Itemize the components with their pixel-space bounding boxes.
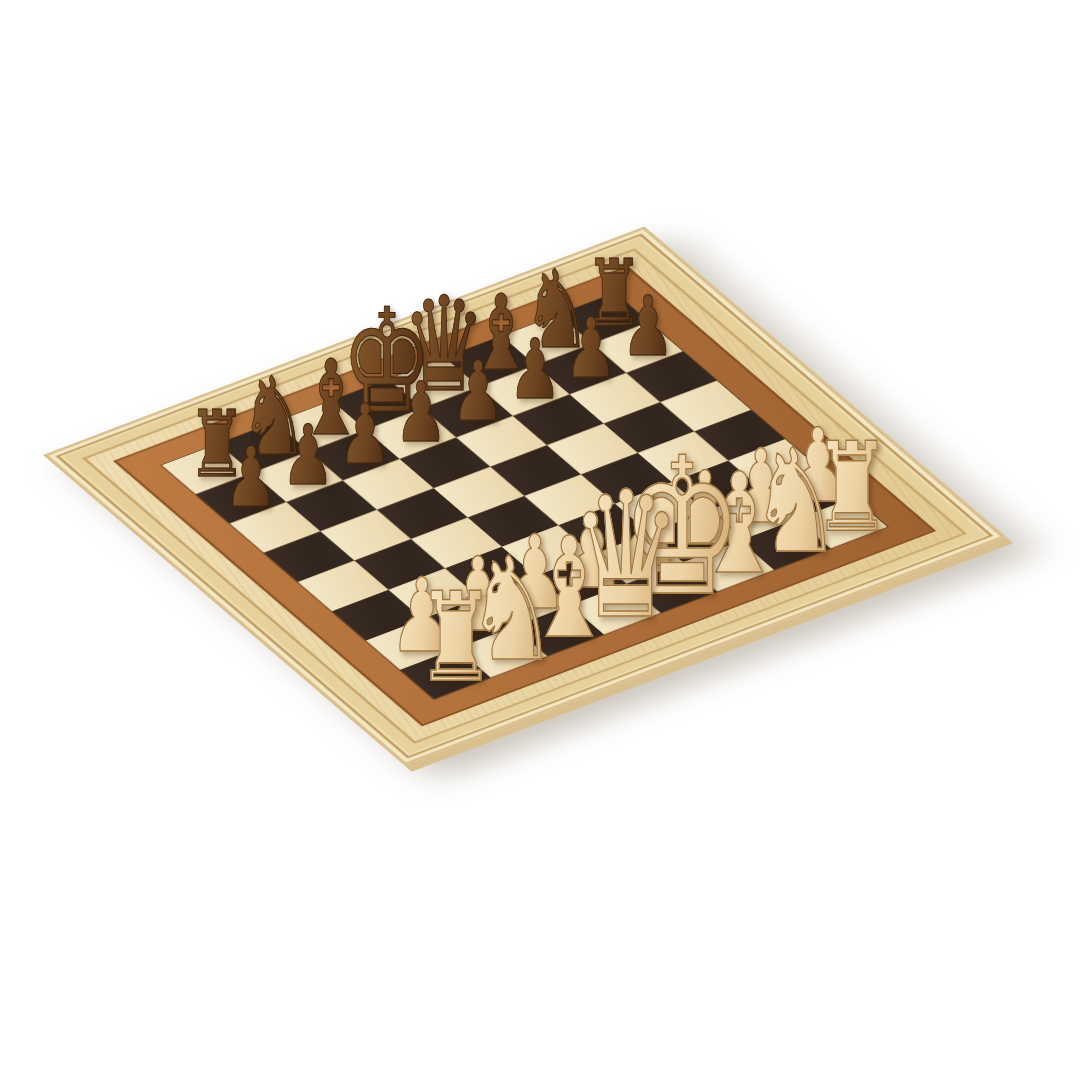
product-photo: ♜♞♝♚♛♝♞♜♟♟♟♟♟♟♟♟♟♟♟♟♟♟♟♟♜♞♝♛♚♝♞♜ <box>0 0 1080 1080</box>
board-squares <box>162 293 888 699</box>
chess-board <box>43 226 1006 765</box>
